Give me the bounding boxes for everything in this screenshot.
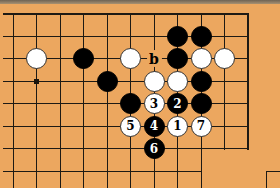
intersection-8-5: 7 bbox=[189, 115, 213, 138]
intersection-5-5: 5 bbox=[119, 115, 143, 138]
intersection-4-3 bbox=[95, 70, 119, 93]
stone-black bbox=[120, 93, 141, 114]
stone-black bbox=[191, 26, 212, 47]
go-diagram-screenshot: b3254176 bbox=[0, 0, 280, 188]
stone-black-move-4: 4 bbox=[144, 116, 165, 137]
stone-layer: b3254176 bbox=[1, 2, 260, 182]
intersection-8-4 bbox=[189, 92, 213, 115]
intersection-8-2 bbox=[189, 47, 213, 70]
stone-black bbox=[97, 71, 118, 92]
stone-black bbox=[167, 48, 188, 69]
intersection-7-5: 1 bbox=[166, 115, 190, 138]
stone-black bbox=[167, 26, 188, 47]
intersection-7-3 bbox=[166, 70, 190, 93]
point-label-b: b bbox=[147, 50, 162, 67]
intersection-1-2 bbox=[25, 47, 49, 70]
intersection-8-1 bbox=[189, 25, 213, 48]
hoshi-point bbox=[34, 79, 39, 84]
stone-white bbox=[26, 48, 47, 69]
intersection-9-2 bbox=[213, 47, 237, 70]
stone-white-move-7: 7 bbox=[191, 116, 212, 137]
stone-white bbox=[167, 71, 188, 92]
stone-white bbox=[144, 71, 165, 92]
next-diagram-corner-v bbox=[266, 171, 267, 188]
intersection-7-4: 2 bbox=[166, 92, 190, 115]
stone-white-move-1: 1 bbox=[167, 116, 188, 137]
intersection-7-2 bbox=[166, 47, 190, 70]
stone-white-move-3: 3 bbox=[144, 93, 165, 114]
intersection-6-5: 4 bbox=[142, 115, 166, 138]
intersection-6-4: 3 bbox=[142, 92, 166, 115]
stone-black bbox=[73, 48, 94, 69]
intersection-7-1 bbox=[166, 25, 190, 48]
stone-black-move-2: 2 bbox=[167, 93, 188, 114]
stone-white bbox=[120, 48, 141, 69]
intersection-8-3 bbox=[189, 70, 213, 93]
stone-white-move-5: 5 bbox=[120, 116, 141, 137]
stone-white bbox=[214, 48, 235, 69]
label-b-cell: b bbox=[142, 47, 166, 70]
stone-white bbox=[191, 48, 212, 69]
intersection-3-2 bbox=[72, 47, 96, 70]
intersection-6-3 bbox=[142, 70, 166, 93]
stone-black-move-6: 6 bbox=[144, 138, 165, 159]
intersection-6-6: 6 bbox=[142, 137, 166, 160]
hoshi-cell bbox=[25, 70, 49, 93]
intersection-5-2 bbox=[119, 47, 143, 70]
intersection-5-4 bbox=[119, 92, 143, 115]
next-diagram-corner-h bbox=[266, 171, 280, 172]
stone-black bbox=[191, 71, 212, 92]
stone-black bbox=[191, 93, 212, 114]
